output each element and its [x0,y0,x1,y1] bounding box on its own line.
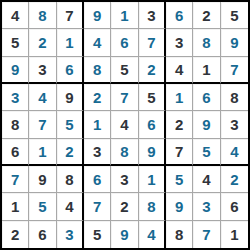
cell-r8c6[interactable]: 8 [139,193,166,220]
cell-r6c9[interactable]: 4 [221,139,248,166]
cell-r5c8[interactable]: 9 [193,111,220,138]
cell-r8c9[interactable]: 6 [221,193,248,220]
cell-r4c4[interactable]: 2 [84,84,111,111]
cell-r1c8[interactable]: 2 [193,2,220,29]
cell-r1c7[interactable]: 6 [166,2,193,29]
cell-r2c2[interactable]: 2 [29,29,56,56]
cell-r1c5[interactable]: 1 [111,2,138,29]
cell-r9c8[interactable]: 7 [193,221,220,248]
cell-r8c1[interactable]: 1 [2,193,29,220]
cell-r3c2[interactable]: 3 [29,57,56,84]
cell-r6c6[interactable]: 9 [139,139,166,166]
cell-r5c9[interactable]: 3 [221,111,248,138]
cell-r9c3[interactable]: 3 [57,221,84,248]
cell-r4c8[interactable]: 6 [193,84,220,111]
cell-r2c9[interactable]: 9 [221,29,248,56]
cell-r3c7[interactable]: 4 [166,57,193,84]
cell-r6c3[interactable]: 2 [57,139,84,166]
cell-r6c7[interactable]: 7 [166,139,193,166]
cell-r1c2[interactable]: 8 [29,2,56,29]
cell-r7c6[interactable]: 1 [139,166,166,193]
cell-r7c3[interactable]: 8 [57,166,84,193]
cell-r5c7[interactable]: 2 [166,111,193,138]
cell-r2c1[interactable]: 5 [2,29,29,56]
cell-r9c1[interactable]: 2 [2,221,29,248]
cell-r7c9[interactable]: 2 [221,166,248,193]
cell-r2c4[interactable]: 4 [84,29,111,56]
cell-r4c7[interactable]: 1 [166,84,193,111]
cell-r6c5[interactable]: 8 [111,139,138,166]
cell-r5c1[interactable]: 8 [2,111,29,138]
cell-r1c9[interactable]: 5 [221,2,248,29]
cell-r9c2[interactable]: 6 [29,221,56,248]
cell-r9c7[interactable]: 8 [166,221,193,248]
cell-r5c5[interactable]: 4 [111,111,138,138]
cell-r5c2[interactable]: 7 [29,111,56,138]
cell-r4c2[interactable]: 4 [29,84,56,111]
cell-r2c6[interactable]: 7 [139,29,166,56]
cell-r8c2[interactable]: 5 [29,193,56,220]
cell-r8c8[interactable]: 3 [193,193,220,220]
cell-r8c5[interactable]: 2 [111,193,138,220]
cell-r6c4[interactable]: 3 [84,139,111,166]
cell-r1c6[interactable]: 3 [139,2,166,29]
cell-r4c3[interactable]: 9 [57,84,84,111]
cell-r6c2[interactable]: 1 [29,139,56,166]
cell-r7c7[interactable]: 5 [166,166,193,193]
cell-r2c5[interactable]: 6 [111,29,138,56]
cell-r5c6[interactable]: 6 [139,111,166,138]
cell-r1c3[interactable]: 7 [57,2,84,29]
cell-r8c7[interactable]: 9 [166,193,193,220]
cell-r7c8[interactable]: 4 [193,166,220,193]
cell-r8c4[interactable]: 7 [84,193,111,220]
cell-r2c3[interactable]: 1 [57,29,84,56]
cell-r4c6[interactable]: 5 [139,84,166,111]
cell-r3c4[interactable]: 8 [84,57,111,84]
cell-r6c1[interactable]: 6 [2,139,29,166]
cell-r4c5[interactable]: 7 [111,84,138,111]
cell-r3c9[interactable]: 7 [221,57,248,84]
cell-r7c4[interactable]: 6 [84,166,111,193]
cell-r2c8[interactable]: 8 [193,29,220,56]
cell-r3c3[interactable]: 6 [57,57,84,84]
cell-r7c5[interactable]: 3 [111,166,138,193]
cell-r3c6[interactable]: 2 [139,57,166,84]
cell-r3c5[interactable]: 5 [111,57,138,84]
cell-r7c1[interactable]: 7 [2,166,29,193]
cell-r3c8[interactable]: 1 [193,57,220,84]
cell-r8c3[interactable]: 4 [57,193,84,220]
cell-r9c9[interactable]: 1 [221,221,248,248]
cell-r9c6[interactable]: 4 [139,221,166,248]
sudoku-board: 4879136255214673899368524173492751688751… [0,0,250,250]
cell-r4c9[interactable]: 8 [221,84,248,111]
cell-r9c5[interactable]: 9 [111,221,138,248]
cell-r6c8[interactable]: 5 [193,139,220,166]
cell-r1c4[interactable]: 9 [84,2,111,29]
cell-r5c4[interactable]: 1 [84,111,111,138]
cell-r4c1[interactable]: 3 [2,84,29,111]
cell-r5c3[interactable]: 5 [57,111,84,138]
cell-r9c4[interactable]: 5 [84,221,111,248]
cell-r7c2[interactable]: 9 [29,166,56,193]
cell-r2c7[interactable]: 3 [166,29,193,56]
cell-r3c1[interactable]: 9 [2,57,29,84]
cell-r1c1[interactable]: 4 [2,2,29,29]
